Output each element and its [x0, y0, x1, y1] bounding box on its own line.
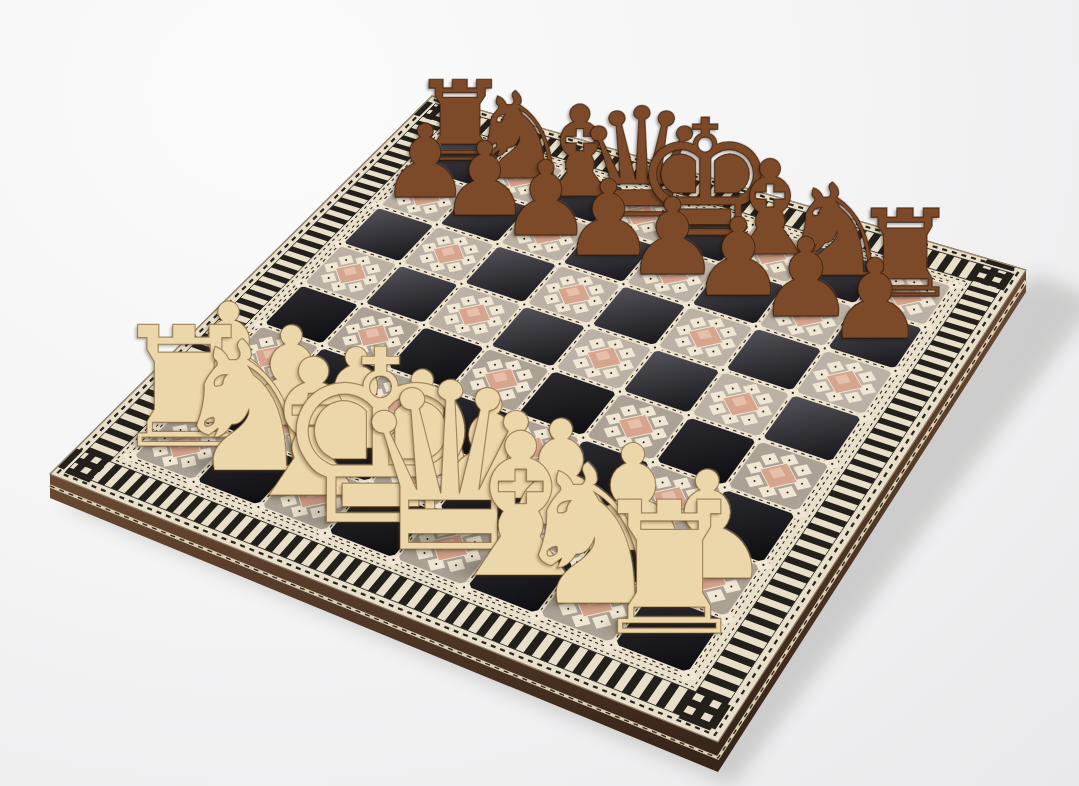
board-photo: ♜♞♝♛♚♝♞♜♟♟♟♟♟♟♟♟♟♟♟♟♟♟♟♟♜♞♝♚♛♝♞♜ [0, 0, 1079, 786]
piece-glyph: ♟ [826, 245, 925, 356]
piece-glyph: ♜ [587, 477, 752, 661]
pieces-layer: ♜♞♝♛♚♝♞♜♟♟♟♟♟♟♟♟♟♟♟♟♟♟♟♟♜♞♝♚♛♝♞♜ [0, 0, 1079, 786]
